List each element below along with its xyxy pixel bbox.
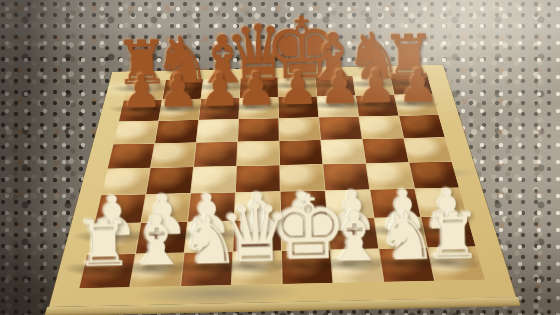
square-f4[interactable] [323,164,369,191]
square-d6[interactable] [238,118,279,141]
square-f8[interactable] [316,76,356,96]
square-g3[interactable] [370,189,420,218]
square-d7[interactable] [239,97,278,118]
square-a5[interactable] [108,144,154,169]
square-d1[interactable] [232,251,282,285]
square-h8[interactable] [390,75,432,95]
square-c3[interactable] [188,193,235,222]
square-a2[interactable] [87,223,140,254]
square-f2[interactable] [328,218,378,249]
square-b2[interactable] [136,222,187,253]
square-b4[interactable] [146,167,193,194]
square-e3[interactable] [281,191,327,220]
square-c1[interactable] [181,252,232,286]
square-b1[interactable] [130,253,183,287]
square-b5[interactable] [151,143,196,168]
square-h3[interactable] [415,188,467,217]
square-g8[interactable] [353,75,394,95]
square-f7[interactable] [317,96,358,117]
board-squares [79,75,485,289]
square-g4[interactable] [366,163,414,190]
square-h5[interactable] [404,138,451,163]
chess-photo-scene: ♜♞♝♛♚♝♞♜♟♟♟♟♟♟♟♟♟♟♟♟♟♟♟♟♜♝♞♛♚♝♞♜ [0,0,560,315]
square-h1[interactable] [428,247,485,281]
square-d4[interactable] [236,165,280,192]
square-g1[interactable] [379,248,434,282]
square-a7[interactable] [119,100,162,122]
square-b7[interactable] [159,99,201,121]
square-f5[interactable] [321,139,365,164]
square-a4[interactable] [101,168,149,195]
square-d2[interactable] [233,220,281,251]
square-d8[interactable] [240,78,278,98]
square-g7[interactable] [356,95,398,116]
square-f3[interactable] [325,190,373,219]
square-a1[interactable] [79,254,135,288]
square-a6[interactable] [114,121,159,144]
square-e1[interactable] [282,250,333,284]
square-d3[interactable] [235,192,281,221]
square-f1[interactable] [331,249,384,283]
square-h4[interactable] [409,162,459,189]
square-e5[interactable] [280,140,323,165]
square-c5[interactable] [194,142,237,167]
square-b3[interactable] [141,194,190,223]
square-h6[interactable] [399,115,445,138]
board-perspective-wrapper: ♜♞♝♛♚♝♞♜♟♟♟♟♟♟♟♟♟♟♟♟♟♟♟♟♜♝♞♛♚♝♞♜ [0,0,560,315]
square-d5[interactable] [237,141,279,166]
square-b8[interactable] [163,79,203,99]
square-e8[interactable] [278,77,316,97]
square-c8[interactable] [201,78,240,98]
square-e7[interactable] [279,97,319,118]
square-a3[interactable] [95,194,146,223]
square-c2[interactable] [185,221,234,252]
chess-board: ♜♞♝♛♚♝♞♜♟♟♟♟♟♟♟♟♟♟♟♟♟♟♟♟♜♝♞♛♚♝♞♜ [49,65,516,307]
square-c4[interactable] [191,166,236,193]
square-g5[interactable] [363,138,409,163]
square-e4[interactable] [280,164,324,191]
square-h2[interactable] [421,216,475,247]
square-f6[interactable] [319,117,362,140]
square-c6[interactable] [197,119,239,142]
square-g2[interactable] [375,217,427,248]
square-c7[interactable] [199,98,239,120]
square-e2[interactable] [281,219,329,250]
square-a8[interactable] [124,80,165,100]
square-h7[interactable] [395,94,439,115]
square-g6[interactable] [359,116,403,139]
square-e6[interactable] [279,118,320,141]
square-b6[interactable] [155,120,198,143]
